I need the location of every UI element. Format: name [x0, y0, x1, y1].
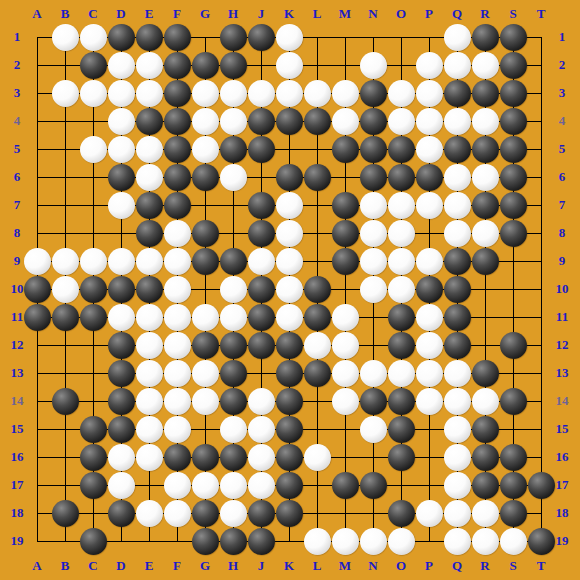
stone-white [108, 52, 135, 79]
stone-black [80, 444, 107, 471]
stone-black [444, 276, 471, 303]
stone-white [416, 304, 443, 331]
row-label-left-19: 19 [4, 533, 30, 549]
col-label-bottom-R: R [471, 558, 499, 574]
stone-black [192, 248, 219, 275]
col-label-top-H: H [219, 6, 247, 22]
stone-black [276, 164, 303, 191]
stone-black [108, 164, 135, 191]
stone-black [472, 416, 499, 443]
stone-white [164, 360, 191, 387]
stone-black [248, 108, 275, 135]
stone-white [192, 360, 219, 387]
stone-white [192, 136, 219, 163]
stone-black [444, 136, 471, 163]
stone-black [248, 192, 275, 219]
stone-black [360, 80, 387, 107]
col-label-bottom-G: G [191, 558, 219, 574]
stone-white [416, 388, 443, 415]
stone-black [388, 332, 415, 359]
stone-black [472, 472, 499, 499]
stone-black [500, 472, 527, 499]
stone-black [80, 472, 107, 499]
row-label-right-11: 11 [548, 309, 576, 325]
stone-white [192, 80, 219, 107]
stone-black [332, 192, 359, 219]
stone-black [444, 332, 471, 359]
stone-white [164, 332, 191, 359]
stone-black [220, 52, 247, 79]
stone-white [80, 80, 107, 107]
stone-black [276, 444, 303, 471]
stone-black [388, 388, 415, 415]
stone-white [108, 80, 135, 107]
col-label-top-D: D [107, 6, 135, 22]
col-label-bottom-O: O [387, 558, 415, 574]
stone-black [108, 24, 135, 51]
stone-black [248, 220, 275, 247]
stone-black [192, 444, 219, 471]
stone-black [276, 360, 303, 387]
stone-black [80, 416, 107, 443]
stone-black [108, 332, 135, 359]
stone-black [220, 136, 247, 163]
stone-black [276, 500, 303, 527]
col-label-top-M: M [331, 6, 359, 22]
col-label-bottom-N: N [359, 558, 387, 574]
col-label-bottom-F: F [163, 558, 191, 574]
row-label-right-7: 7 [548, 197, 576, 213]
stone-black [500, 136, 527, 163]
stone-white [444, 52, 471, 79]
stone-black [164, 52, 191, 79]
stone-white [444, 500, 471, 527]
stone-white [304, 332, 331, 359]
row-label-left-1: 1 [4, 29, 30, 45]
stone-black [248, 136, 275, 163]
stone-white [108, 248, 135, 275]
stone-black [332, 248, 359, 275]
row-label-right-13: 13 [548, 365, 576, 381]
stone-black [500, 220, 527, 247]
col-label-bottom-Q: Q [443, 558, 471, 574]
stone-white [444, 472, 471, 499]
row-label-left-14: 14 [4, 393, 30, 409]
stone-white [136, 136, 163, 163]
col-label-bottom-J: J [247, 558, 275, 574]
stone-black [192, 52, 219, 79]
stone-white [388, 108, 415, 135]
stone-black [360, 472, 387, 499]
stone-white [276, 220, 303, 247]
stone-white [304, 80, 331, 107]
stone-black [220, 248, 247, 275]
stone-white [164, 472, 191, 499]
stone-black [164, 80, 191, 107]
stone-white [52, 248, 79, 275]
col-label-bottom-S: S [499, 558, 527, 574]
stone-black [52, 304, 79, 331]
stone-white [416, 500, 443, 527]
stone-white [164, 416, 191, 443]
stone-white [416, 248, 443, 275]
stone-white [360, 192, 387, 219]
col-label-bottom-E: E [135, 558, 163, 574]
stone-white [388, 192, 415, 219]
stone-black [248, 24, 275, 51]
row-label-right-16: 16 [548, 449, 576, 465]
stone-white [444, 416, 471, 443]
col-label-top-L: L [303, 6, 331, 22]
stone-white [444, 444, 471, 471]
row-label-right-12: 12 [548, 337, 576, 353]
stone-white [332, 304, 359, 331]
stone-white [360, 276, 387, 303]
stone-white [108, 108, 135, 135]
stone-black [220, 444, 247, 471]
stone-white [360, 528, 387, 555]
stone-black [108, 276, 135, 303]
stone-white [136, 248, 163, 275]
stone-white [444, 24, 471, 51]
stone-black [192, 332, 219, 359]
stone-white [164, 304, 191, 331]
stone-black [304, 304, 331, 331]
stone-white [416, 332, 443, 359]
go-board[interactable]: AABBCCDDEEFFGGHHJJKKLLMMNNOOPPQQRRSSTT11… [0, 0, 580, 580]
stone-white [500, 528, 527, 555]
stone-white [136, 80, 163, 107]
stone-white [136, 388, 163, 415]
stone-white [220, 472, 247, 499]
stone-white [276, 192, 303, 219]
row-label-left-7: 7 [4, 197, 30, 213]
stone-white [220, 416, 247, 443]
col-label-top-A: A [23, 6, 51, 22]
row-label-right-15: 15 [548, 421, 576, 437]
stone-black [220, 24, 247, 51]
stone-white [136, 52, 163, 79]
stone-white [136, 444, 163, 471]
stone-white [248, 416, 275, 443]
stone-black [444, 248, 471, 275]
col-label-top-E: E [135, 6, 163, 22]
stone-black [500, 52, 527, 79]
stone-white [276, 304, 303, 331]
row-label-left-5: 5 [4, 141, 30, 157]
stone-white [472, 164, 499, 191]
stone-white [136, 416, 163, 443]
stone-white [276, 52, 303, 79]
stone-black [108, 360, 135, 387]
row-label-left-10: 10 [4, 281, 30, 297]
stone-white [472, 500, 499, 527]
stone-white [416, 360, 443, 387]
stone-black [52, 500, 79, 527]
stone-white [136, 500, 163, 527]
stone-white [388, 360, 415, 387]
row-label-right-3: 3 [548, 85, 576, 101]
col-label-top-P: P [415, 6, 443, 22]
stone-black [416, 276, 443, 303]
stone-black [304, 360, 331, 387]
stone-white [472, 388, 499, 415]
stone-white [248, 80, 275, 107]
stone-black [388, 164, 415, 191]
stone-black [304, 276, 331, 303]
stone-black [276, 108, 303, 135]
col-label-top-N: N [359, 6, 387, 22]
stone-black [500, 164, 527, 191]
stone-black [220, 528, 247, 555]
row-label-right-1: 1 [548, 29, 576, 45]
stone-white [332, 360, 359, 387]
stone-black [136, 24, 163, 51]
stone-white [220, 164, 247, 191]
row-label-left-9: 9 [4, 253, 30, 269]
row-label-right-6: 6 [548, 169, 576, 185]
row-label-right-19: 19 [548, 533, 576, 549]
stone-white [360, 248, 387, 275]
stone-white [472, 528, 499, 555]
stone-black [192, 500, 219, 527]
stone-white [136, 304, 163, 331]
stone-white [332, 332, 359, 359]
row-label-right-8: 8 [548, 225, 576, 241]
stone-black [500, 108, 527, 135]
row-label-left-17: 17 [4, 477, 30, 493]
stone-black [276, 472, 303, 499]
stone-black [192, 220, 219, 247]
stone-white [444, 360, 471, 387]
col-label-top-J: J [247, 6, 275, 22]
stone-white [164, 500, 191, 527]
stone-white [80, 136, 107, 163]
stone-white [276, 80, 303, 107]
stone-white [332, 108, 359, 135]
stone-black [136, 276, 163, 303]
stone-white [332, 80, 359, 107]
col-label-top-R: R [471, 6, 499, 22]
stone-white [164, 248, 191, 275]
stone-white [304, 528, 331, 555]
stone-white [304, 444, 331, 471]
col-label-top-F: F [163, 6, 191, 22]
col-label-bottom-T: T [527, 558, 555, 574]
stone-white [360, 220, 387, 247]
stone-white [80, 248, 107, 275]
stone-black [248, 304, 275, 331]
stone-black [52, 388, 79, 415]
col-label-bottom-C: C [79, 558, 107, 574]
stone-white [444, 164, 471, 191]
row-label-right-4: 4 [548, 113, 576, 129]
stone-white [108, 304, 135, 331]
stone-white [136, 164, 163, 191]
stone-black [472, 136, 499, 163]
row-label-left-15: 15 [4, 421, 30, 437]
stone-black [80, 276, 107, 303]
stone-black [444, 80, 471, 107]
stone-black [500, 24, 527, 51]
stone-white [388, 80, 415, 107]
row-label-right-17: 17 [548, 477, 576, 493]
stone-black [164, 24, 191, 51]
row-label-left-8: 8 [4, 225, 30, 241]
stone-white [192, 108, 219, 135]
stone-black [500, 388, 527, 415]
col-label-bottom-D: D [107, 558, 135, 574]
stone-black [332, 136, 359, 163]
stone-black [388, 136, 415, 163]
stone-white [444, 108, 471, 135]
stone-black [276, 332, 303, 359]
stone-black [220, 360, 247, 387]
stone-black [136, 108, 163, 135]
stone-black [220, 332, 247, 359]
stone-white [444, 192, 471, 219]
col-label-bottom-K: K [275, 558, 303, 574]
col-label-top-K: K [275, 6, 303, 22]
stone-white [136, 332, 163, 359]
stone-black [80, 528, 107, 555]
stone-black [108, 416, 135, 443]
stone-black [276, 416, 303, 443]
stone-black [388, 444, 415, 471]
stone-black [472, 192, 499, 219]
stone-white [416, 108, 443, 135]
row-label-left-13: 13 [4, 365, 30, 381]
stone-white [276, 276, 303, 303]
stone-white [416, 192, 443, 219]
stone-white [192, 472, 219, 499]
stone-black [136, 192, 163, 219]
stone-white [360, 52, 387, 79]
stone-white [360, 416, 387, 443]
stone-white [52, 24, 79, 51]
go-board-screen: AABBCCDDEEFFGGHHJJKKLLMMNNOOPPQQRRSSTT11… [0, 0, 580, 580]
stone-black [164, 136, 191, 163]
stone-white [416, 52, 443, 79]
stone-white [164, 388, 191, 415]
row-label-left-6: 6 [4, 169, 30, 185]
row-label-left-3: 3 [4, 85, 30, 101]
stone-white [472, 220, 499, 247]
stone-white [220, 304, 247, 331]
stone-black [500, 80, 527, 107]
stone-white [220, 500, 247, 527]
stone-white [248, 248, 275, 275]
stone-black [472, 24, 499, 51]
stone-white [220, 276, 247, 303]
stone-white [108, 192, 135, 219]
col-label-top-S: S [499, 6, 527, 22]
stone-white [388, 276, 415, 303]
stone-white [108, 136, 135, 163]
stone-black [192, 164, 219, 191]
stone-black [416, 164, 443, 191]
stone-black [108, 500, 135, 527]
stone-black [108, 388, 135, 415]
stone-white [388, 248, 415, 275]
col-label-bottom-B: B [51, 558, 79, 574]
stone-black [360, 388, 387, 415]
row-label-left-11: 11 [4, 309, 30, 325]
row-label-left-16: 16 [4, 449, 30, 465]
stone-black [248, 332, 275, 359]
stone-white [416, 136, 443, 163]
col-label-bottom-H: H [219, 558, 247, 574]
stone-black [248, 528, 275, 555]
stone-black [248, 500, 275, 527]
stone-black [472, 80, 499, 107]
stone-white [416, 80, 443, 107]
stone-white [276, 248, 303, 275]
row-label-right-18: 18 [548, 505, 576, 521]
row-label-left-12: 12 [4, 337, 30, 353]
col-label-top-C: C [79, 6, 107, 22]
col-label-top-T: T [527, 6, 555, 22]
stone-black [332, 472, 359, 499]
stone-white [52, 276, 79, 303]
stone-black [220, 388, 247, 415]
row-label-right-5: 5 [548, 141, 576, 157]
stone-white [220, 80, 247, 107]
stone-white [52, 80, 79, 107]
row-label-right-9: 9 [548, 253, 576, 269]
stone-white [444, 528, 471, 555]
col-label-bottom-A: A [23, 558, 51, 574]
stone-white [248, 472, 275, 499]
stone-black [304, 164, 331, 191]
stone-black [500, 332, 527, 359]
stone-black [472, 248, 499, 275]
row-label-right-14: 14 [548, 393, 576, 409]
stone-black [164, 164, 191, 191]
stone-white [248, 444, 275, 471]
stone-white [388, 220, 415, 247]
stone-black [388, 416, 415, 443]
stone-white [80, 24, 107, 51]
stone-white [192, 304, 219, 331]
stone-black [136, 220, 163, 247]
stone-black [500, 192, 527, 219]
stone-black [192, 528, 219, 555]
stone-black [500, 444, 527, 471]
row-label-right-2: 2 [548, 57, 576, 73]
col-label-top-B: B [51, 6, 79, 22]
stone-black [248, 276, 275, 303]
col-label-bottom-P: P [415, 558, 443, 574]
stone-white [248, 388, 275, 415]
stone-black [164, 108, 191, 135]
col-label-bottom-M: M [331, 558, 359, 574]
stone-black [164, 444, 191, 471]
stone-white [108, 472, 135, 499]
stone-white [332, 388, 359, 415]
stone-black [80, 52, 107, 79]
stone-black [80, 304, 107, 331]
stone-white [108, 444, 135, 471]
stone-white [164, 276, 191, 303]
col-label-top-G: G [191, 6, 219, 22]
stone-white [472, 52, 499, 79]
col-label-top-O: O [387, 6, 415, 22]
stone-white [444, 220, 471, 247]
stone-white [444, 388, 471, 415]
stone-white [136, 360, 163, 387]
stone-white [332, 528, 359, 555]
